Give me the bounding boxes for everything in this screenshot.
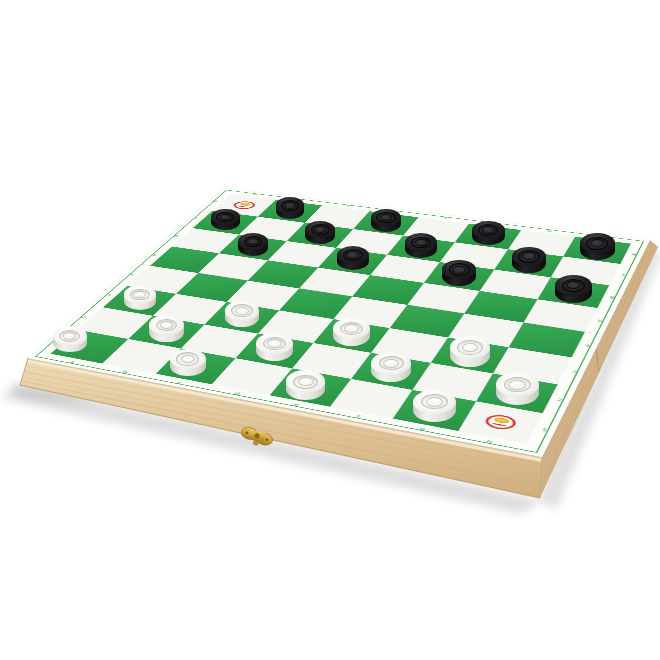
file-label-b-near: b [121, 370, 129, 374]
file-label-f-far: f [495, 223, 499, 226]
file-label-e-far: e [443, 216, 449, 219]
rank-label-3-left: 3 [105, 294, 112, 297]
file-label-f-near: f [355, 415, 360, 419]
file-label-h-far: h [601, 236, 607, 239]
product-photo-stage: aabbccddeeffgghh1122334455667788 [0, 0, 660, 660]
rank-label-6-right: 6 [609, 296, 615, 300]
logo-text-arc [237, 205, 249, 208]
rank-label-7-left: 7 [193, 217, 199, 220]
rank-label-4-right: 4 [584, 344, 591, 348]
rank-label-4-left: 4 [129, 273, 136, 276]
rank-label-6-left: 6 [173, 235, 179, 238]
file-label-h-near: h [486, 439, 494, 444]
rank-label-8-left: 8 [213, 200, 219, 203]
rank-label-1-left: 1 [53, 338, 60, 342]
file-label-c-near: c [176, 381, 183, 385]
file-label-c-far: c [345, 205, 350, 208]
file-label-d-near: d [233, 391, 241, 395]
file-label-g-far: g [547, 229, 553, 232]
rank-label-5-right: 5 [597, 319, 603, 323]
file-label-a-near: a [69, 360, 76, 364]
file-label-d-far: d [393, 210, 399, 213]
file-label-b-far: b [298, 199, 304, 202]
rank-label-2-left: 2 [80, 315, 87, 318]
rank-label-3-right: 3 [571, 370, 578, 374]
file-label-e-near: e [293, 403, 300, 407]
rank-label-1-right: 1 [541, 428, 548, 433]
rank-label-7-right: 7 [620, 274, 626, 277]
rank-label-8-right: 8 [631, 253, 637, 256]
rank-label-5-left: 5 [151, 254, 157, 257]
file-label-g-near: g [419, 427, 427, 432]
rank-label-2-right: 2 [556, 398, 563, 403]
file-label-a-far: a [253, 193, 259, 195]
